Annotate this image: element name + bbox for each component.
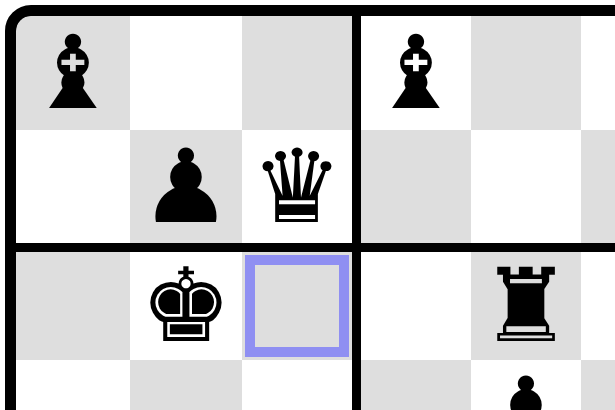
board-divider-horizontal	[16, 243, 130, 252]
board-divider-vertical	[352, 360, 361, 410]
square-r1c6[interactable]	[581, 16, 615, 130]
square-r1c2[interactable]	[130, 16, 242, 130]
square-r3c5[interactable]: ♜	[471, 252, 581, 360]
square-r4c2[interactable]	[130, 360, 242, 410]
square-r1c1[interactable]: ♝	[16, 16, 130, 130]
black-bishop[interactable]: ♝	[27, 22, 118, 124]
chessboard-viewport: ♝♝♟♛♚♜♟	[0, 0, 615, 410]
square-r1c3[interactable]	[242, 16, 352, 130]
square-r2c4[interactable]	[361, 130, 471, 243]
black-queen[interactable]: ♛	[251, 136, 342, 238]
square-r2c5[interactable]	[471, 130, 581, 243]
board-divider-horizontal	[581, 243, 615, 252]
black-rook[interactable]: ♜	[480, 255, 571, 357]
square-r1c5[interactable]	[471, 16, 581, 130]
black-pawn[interactable]: ♟	[480, 364, 571, 410]
square-r4c1[interactable]	[16, 360, 130, 410]
board-divider-vertical	[352, 130, 361, 243]
black-pawn[interactable]: ♟	[140, 136, 231, 238]
square-r4c5[interactable]: ♟	[471, 360, 581, 410]
square-r3c4[interactable]	[361, 252, 471, 360]
selected-square-highlight	[245, 255, 349, 357]
square-r4c4[interactable]	[361, 360, 471, 410]
black-bishop[interactable]: ♝	[370, 22, 461, 124]
board-divider-cross	[352, 243, 361, 252]
black-king[interactable]: ♚	[140, 255, 231, 357]
board-divider-vertical	[352, 16, 361, 130]
square-r4c3[interactable]	[242, 360, 352, 410]
square-r4c6[interactable]	[581, 360, 615, 410]
board-divider-horizontal	[361, 243, 471, 252]
board-frame: ♝♝♟♛♚♜♟	[5, 5, 615, 410]
board-divider-vertical	[352, 252, 361, 360]
square-r1c4[interactable]: ♝	[361, 16, 471, 130]
square-r3c1[interactable]	[16, 252, 130, 360]
square-r2c1[interactable]	[16, 130, 130, 243]
square-r2c3[interactable]: ♛	[242, 130, 352, 243]
board-grid: ♝♝♟♛♚♜♟	[16, 16, 615, 410]
square-r3c3[interactable]	[242, 252, 352, 360]
square-r3c2[interactable]: ♚	[130, 252, 242, 360]
square-r2c2[interactable]: ♟	[130, 130, 242, 243]
square-r3c6[interactable]	[581, 252, 615, 360]
square-r2c6[interactable]	[581, 130, 615, 243]
